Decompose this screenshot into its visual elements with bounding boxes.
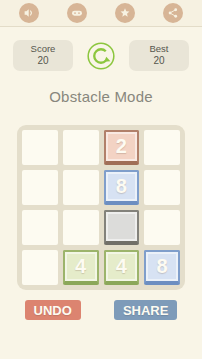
cell-empty (63, 170, 99, 205)
topbar (0, 0, 202, 27)
cell-empty (144, 170, 180, 205)
tile-8: 8 (104, 170, 140, 205)
cell-empty (144, 130, 180, 165)
restart-button[interactable] (86, 41, 116, 71)
board[interactable]: 28448 (17, 125, 185, 290)
cell-empty (63, 130, 99, 165)
sound-icon[interactable] (19, 3, 39, 23)
refresh-icon (87, 42, 115, 70)
cell-empty (22, 130, 58, 165)
cell-empty (144, 210, 180, 245)
score-label: Score (31, 43, 56, 55)
cell-empty (22, 250, 58, 285)
cell-empty (63, 210, 99, 245)
gamepad-icon[interactable] (67, 3, 87, 23)
game-app: Score 20 Best 20 Obstacle Mode 28448 UND… (0, 0, 202, 359)
cell-empty (22, 170, 58, 205)
tile-8: 8 (144, 250, 180, 285)
action-bar: UNDO SHARE (0, 300, 202, 320)
share-button[interactable]: SHARE (114, 300, 178, 320)
best-value: 20 (153, 55, 164, 68)
best-label: Best (149, 43, 168, 55)
best-box: Best 20 (129, 40, 189, 71)
tile-4: 4 (63, 250, 99, 285)
tile-2: 2 (104, 130, 140, 165)
share-icon[interactable] (163, 3, 183, 23)
cell-empty (22, 210, 58, 245)
score-value: 20 (37, 55, 48, 68)
score-box: Score 20 (13, 40, 73, 71)
score-row: Score 20 Best 20 (0, 27, 202, 71)
tile-4: 4 (104, 250, 140, 285)
mode-title: Obstacle Mode (0, 88, 202, 105)
undo-button[interactable]: UNDO (25, 300, 81, 320)
cell-obstacle (104, 210, 140, 245)
star-icon[interactable] (115, 3, 135, 23)
